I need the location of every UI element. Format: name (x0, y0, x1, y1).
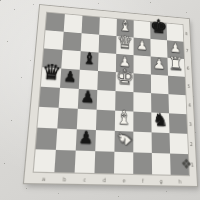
rank-label-5: 5 (187, 83, 190, 89)
piece-black-pawn-b5[interactable]: ♟ (63, 69, 77, 84)
photo-of-chess-board: ♚♝♛♟♟♝♟♟♜♛♟♚♟♝♞♟♞ ❖ abcdefgh 12345678 (0, 0, 200, 200)
file-label-a: a (42, 175, 46, 182)
rank-label-3: 3 (189, 121, 192, 127)
piece-white-rook-h6[interactable]: ♜ (168, 54, 184, 73)
file-label-e: e (123, 177, 126, 184)
file-label-d: d (103, 177, 106, 184)
piece-white-pawn-f7[interactable]: ♟ (136, 38, 148, 52)
piece-white-knight-e2[interactable]: ♞ (112, 126, 136, 151)
file-label-h: h (178, 178, 181, 185)
file-label-f: f (142, 177, 144, 184)
piece-white-pawn-g6[interactable]: ♟ (153, 56, 166, 71)
piece-white-queen-e7[interactable]: ♛ (117, 33, 133, 52)
piece-black-king-g8[interactable]: ♚ (150, 17, 167, 37)
piece-white-bishop-e3[interactable]: ♝ (116, 107, 133, 127)
piece-black-bishop-c6[interactable]: ♝ (82, 50, 97, 67)
rank-label-6: 6 (186, 65, 189, 71)
file-label-b: b (63, 176, 67, 183)
piece-white-king-e5[interactable]: ♚ (115, 66, 134, 88)
chess-board: ♚♝♛♟♟♝♟♟♜♛♟♚♟♝♞♟♞ ❖ abcdefgh 12345678 (24, 5, 197, 186)
piece-black-pawn-c4[interactable]: ♟ (80, 89, 95, 106)
pieces-layer: ♚♝♛♟♟♝♟♟♜♛♟♚♟♝♞♟♞ (34, 13, 189, 176)
rank-label-1: 1 (191, 161, 194, 167)
rank-label-2: 2 (190, 141, 193, 147)
photo-grain (0, 0, 1, 1)
file-label-g: g (159, 178, 162, 185)
rank-label-4: 4 (188, 102, 191, 108)
piece-black-queen-a5[interactable]: ♛ (41, 61, 62, 83)
file-labels: abcdefgh (33, 175, 189, 185)
piece-black-knight-g3[interactable]: ♞ (153, 110, 168, 128)
rank-label-8: 8 (185, 31, 188, 36)
rank-label-7: 7 (186, 48, 189, 53)
piece-black-pawn-c2[interactable]: ♟ (78, 129, 93, 146)
file-label-c: c (83, 176, 86, 183)
